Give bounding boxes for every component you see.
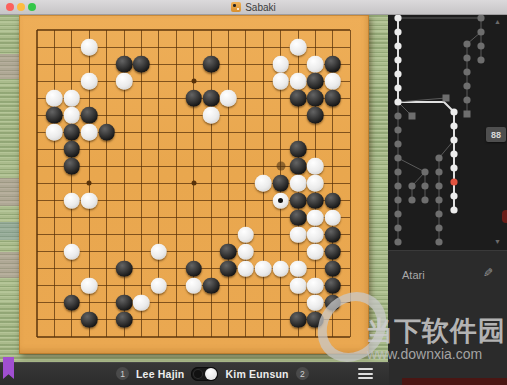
turn-indicator-toggle[interactable] <box>191 367 218 381</box>
white-stone <box>290 39 307 56</box>
tree-node[interactable] <box>394 56 401 63</box>
game-tree-sidebar: ▲ ▼ 88 Atari ✎ <box>388 14 507 385</box>
tree-node[interactable] <box>408 196 415 203</box>
tree-node[interactable] <box>463 96 470 103</box>
white-stone <box>116 73 133 90</box>
tree-node[interactable] <box>394 112 401 119</box>
tree-node[interactable] <box>477 56 484 63</box>
black-stone <box>81 312 98 329</box>
tatami-tint <box>0 54 19 79</box>
comment-title: Atari <box>402 269 425 281</box>
white-stone <box>81 39 98 56</box>
white-stone <box>272 56 289 73</box>
tree-node[interactable] <box>435 154 442 161</box>
black-stone <box>272 175 289 192</box>
black-stone <box>325 90 342 107</box>
tree-node[interactable] <box>450 122 457 129</box>
white-stone <box>325 73 342 90</box>
white-stone <box>290 226 307 243</box>
tree-node[interactable] <box>450 136 457 143</box>
white-stone <box>290 175 307 192</box>
tree-node[interactable] <box>394 196 401 203</box>
tree-node[interactable] <box>450 206 457 213</box>
last-move-marker <box>278 198 284 204</box>
tree-node[interactable] <box>394 140 401 147</box>
tree-node[interactable] <box>394 28 401 35</box>
white-stone <box>307 56 324 73</box>
tree-edge <box>398 158 425 172</box>
black-stone <box>290 192 307 209</box>
white-stone <box>290 260 307 277</box>
white-stone <box>307 158 324 175</box>
white-stone <box>81 124 98 141</box>
black-stone <box>116 295 133 312</box>
hoshi-point <box>191 79 196 84</box>
white-stone <box>290 73 307 90</box>
zoom-button[interactable] <box>28 3 36 11</box>
black-stone <box>290 312 307 329</box>
white-stone <box>307 243 324 260</box>
black-stone <box>325 278 342 295</box>
white-stone <box>307 295 324 312</box>
black-stone <box>220 260 237 277</box>
tree-node[interactable] <box>463 68 470 75</box>
tree-node[interactable] <box>394 14 401 21</box>
white-stone <box>64 243 81 260</box>
black-stone <box>81 107 98 124</box>
black-stone <box>325 226 342 243</box>
tree-node-square[interactable] <box>409 113 416 120</box>
tree-node[interactable] <box>463 54 470 61</box>
grid-line-h <box>37 336 350 337</box>
black-stone <box>220 243 237 260</box>
white-stone <box>272 260 289 277</box>
white-stone <box>81 192 98 209</box>
white-player-name[interactable]: Kim Eunsun <box>225 368 288 380</box>
tatami-tint <box>0 252 19 278</box>
title-bar: Sabaki <box>0 0 507 15</box>
grid-line-h <box>37 251 350 252</box>
tree-node[interactable] <box>394 154 401 161</box>
tree-node[interactable] <box>394 42 401 49</box>
tree-node[interactable] <box>450 164 457 171</box>
white-stone <box>81 278 98 295</box>
black-stone <box>64 141 81 158</box>
menu-icon[interactable] <box>358 368 373 382</box>
white-stone <box>238 226 255 243</box>
black-stone <box>116 312 133 329</box>
traffic-lights <box>6 3 36 11</box>
black-stone <box>307 107 324 124</box>
tree-node[interactable] <box>450 108 457 115</box>
black-captures-badge: 1 <box>116 367 129 380</box>
next-move-ghost-dot <box>276 162 285 171</box>
black-stone <box>64 124 81 141</box>
minimize-button[interactable] <box>17 3 25 11</box>
white-stone <box>220 90 237 107</box>
white-stone <box>307 278 324 295</box>
white-stone <box>307 175 324 192</box>
white-captures-badge: 2 <box>296 367 309 380</box>
tree-node[interactable] <box>394 98 401 105</box>
players-group: 1 Lee Hajin Kim Eunsun 2 <box>116 362 309 385</box>
tree-node[interactable] <box>477 14 484 21</box>
pencil-edit-icon[interactable]: ✎ <box>483 266 493 280</box>
white-stone <box>64 90 81 107</box>
close-button[interactable] <box>6 3 14 11</box>
black-stone <box>307 192 324 209</box>
tree-node[interactable] <box>435 196 442 203</box>
white-stone <box>151 243 168 260</box>
tatami-tint <box>0 222 19 240</box>
black-stone <box>203 90 220 107</box>
black-stone <box>307 73 324 90</box>
tree-node[interactable] <box>450 192 457 199</box>
black-stone-icon <box>193 369 203 379</box>
window-title: Sabaki <box>245 2 276 13</box>
black-stone <box>98 124 115 141</box>
black-stone <box>290 90 307 107</box>
white-stone <box>307 209 324 226</box>
tree-node-square[interactable] <box>464 111 471 118</box>
white-stone <box>272 192 289 209</box>
white-stone <box>290 278 307 295</box>
black-player-name[interactable]: Lee Hajin <box>136 368 184 380</box>
black-stone <box>133 56 150 73</box>
tree-node[interactable] <box>435 182 442 189</box>
tree-node[interactable] <box>435 168 442 175</box>
sabaki-app-icon <box>231 2 241 12</box>
sabaki-window: Sabaki 1 Lee Hajin Kim Eunsun 2 <box>0 0 507 385</box>
tree-node-square[interactable] <box>443 95 450 102</box>
title-group: Sabaki <box>231 2 276 13</box>
white-stone <box>307 226 324 243</box>
tree-node[interactable] <box>421 182 428 189</box>
move-number-badge: 88 <box>486 127 506 142</box>
tree-node[interactable] <box>394 224 401 231</box>
player-bar: 1 Lee Hajin Kim Eunsun 2 <box>0 362 389 385</box>
tree-node[interactable] <box>421 196 428 203</box>
tree-node[interactable] <box>394 238 401 245</box>
black-stone <box>307 90 324 107</box>
go-board[interactable] <box>19 15 369 354</box>
white-stone <box>238 260 255 277</box>
tree-node[interactable] <box>394 84 401 91</box>
white-stone <box>46 90 63 107</box>
white-stone <box>238 243 255 260</box>
hoshi-point <box>87 181 92 186</box>
grid-line-h <box>37 302 350 303</box>
tatami-tint <box>0 178 19 206</box>
white-stone <box>64 107 81 124</box>
tree-node[interactable] <box>394 126 401 133</box>
scroll-up-icon[interactable]: ▲ <box>494 18 501 25</box>
tree-node[interactable] <box>435 210 442 217</box>
tree-node[interactable] <box>477 42 484 49</box>
white-stone <box>203 107 220 124</box>
black-stone <box>325 295 342 312</box>
white-stone <box>151 278 168 295</box>
white-stone-icon <box>205 368 217 380</box>
tree-node[interactable] <box>463 82 470 89</box>
tree-node[interactable] <box>435 224 442 231</box>
white-stone <box>272 73 289 90</box>
black-stone <box>290 141 307 158</box>
black-stone <box>185 260 202 277</box>
tree-node[interactable] <box>408 182 415 189</box>
white-stone <box>133 295 150 312</box>
grid-line-h <box>37 64 350 65</box>
black-stone <box>325 243 342 260</box>
black-stone <box>325 56 342 73</box>
comment-panel: Atari ✎ <box>388 250 507 385</box>
watermark-red-band <box>402 378 507 385</box>
black-stone <box>325 192 342 209</box>
black-stone <box>64 295 81 312</box>
white-stone <box>46 124 63 141</box>
tree-node[interactable] <box>463 40 470 47</box>
white-stone <box>64 192 81 209</box>
white-stone <box>81 73 98 90</box>
white-stone <box>185 278 202 295</box>
hoshi-point <box>191 181 196 186</box>
black-stone <box>116 56 133 73</box>
white-stone <box>255 260 272 277</box>
watermark-red-nub <box>502 210 507 223</box>
black-stone <box>64 158 81 175</box>
tree-node[interactable] <box>394 210 401 217</box>
content-area: 1 Lee Hajin Kim Eunsun 2 ▲ ▼ 88 Atari ✎ <box>0 14 507 385</box>
tree-node[interactable] <box>394 70 401 77</box>
black-stone <box>116 260 133 277</box>
tree-node[interactable] <box>394 182 401 189</box>
black-stone <box>325 260 342 277</box>
tree-node[interactable] <box>450 150 457 157</box>
white-stone <box>255 175 272 192</box>
scroll-down-icon[interactable]: ▼ <box>494 238 501 245</box>
black-stone <box>46 107 63 124</box>
tree-node[interactable] <box>477 28 484 35</box>
black-stone <box>290 209 307 226</box>
black-stone <box>290 158 307 175</box>
tree-node-current[interactable] <box>450 178 457 185</box>
black-stone <box>203 278 220 295</box>
white-stone <box>325 209 342 226</box>
tree-node[interactable] <box>435 238 442 245</box>
grid-line-h <box>37 29 350 30</box>
black-stone <box>307 312 324 329</box>
black-stone <box>185 90 202 107</box>
black-stone <box>203 56 220 73</box>
tree-node[interactable] <box>394 168 401 175</box>
tree-node[interactable] <box>421 168 428 175</box>
